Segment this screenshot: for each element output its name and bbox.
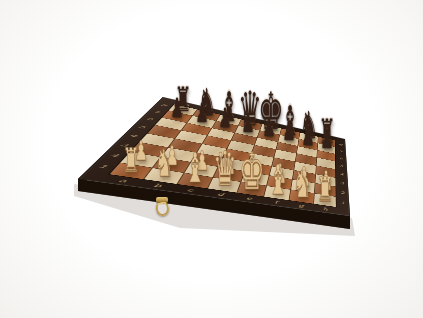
clasp-hook: [155, 201, 170, 217]
coord-file-front-c: c: [186, 188, 194, 193]
brass-clasp-latch: [153, 197, 171, 217]
coord-rank-right-8: 8: [339, 143, 343, 146]
coord-rank-left-7: 7: [153, 110, 161, 113]
coord-file-back-f: f: [290, 127, 293, 130]
coord-rank-left-3: 3: [119, 143, 129, 147]
coord-rank-right-1: 1: [341, 201, 346, 205]
coord-rank-right-2: 2: [340, 191, 344, 195]
coord-rank-left-5: 5: [138, 125, 147, 129]
coord-rank-right-6: 6: [339, 157, 343, 160]
square-g1: [290, 190, 314, 204]
coord-file-front-h: h: [323, 207, 328, 211]
coord-rank-right-3: 3: [340, 181, 344, 185]
coord-rank-left-6: 6: [146, 118, 154, 122]
coord-file-front-a: a: [117, 178, 128, 183]
coord-file-front-e: e: [246, 196, 253, 201]
coord-rank-left-4: 4: [129, 134, 138, 138]
chess-set-product-photo[interactable]: aabbccddeeffgghh1122334455667788 ♜♞♝♛♚♝♞…: [0, 0, 423, 318]
coord-file-front-g: g: [298, 204, 304, 209]
coord-rank-right-5: 5: [339, 165, 343, 168]
coord-file-front-b: b: [153, 183, 163, 188]
coord-rank-right-7: 7: [339, 150, 343, 153]
coord-rank-right-4: 4: [340, 173, 344, 177]
coord-file-front-d: d: [217, 192, 225, 197]
coord-rank-left-1: 1: [97, 164, 108, 169]
square-h1: [314, 193, 336, 207]
coord-rank-left-2: 2: [109, 153, 120, 158]
coord-rank-left-8: 8: [160, 104, 167, 107]
coord-file-front-f: f: [274, 200, 278, 204]
